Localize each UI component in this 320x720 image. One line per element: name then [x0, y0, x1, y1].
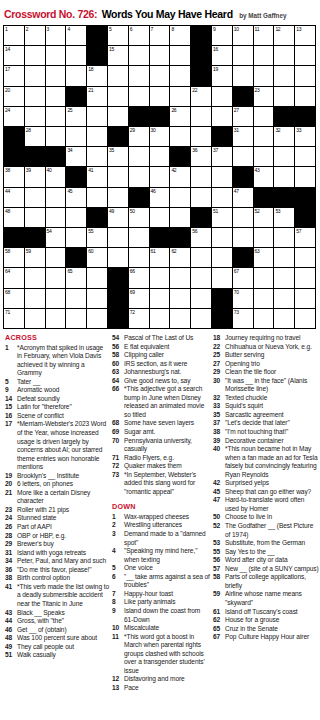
- clue-down-1[interactable]: 1Wax-wrapped cheeses: [112, 513, 210, 522]
- clue-across-21[interactable]: 21More like a certain Disney character: [5, 489, 109, 506]
- grid-cell[interactable]: 16: [212, 46, 232, 65]
- clue-text: Peter, Paul, and Mary and such: [17, 557, 106, 564]
- clue-across-49[interactable]: 49They call people out: [5, 643, 109, 652]
- cell-number: 36: [192, 147, 197, 153]
- grid-cell[interactable]: [295, 46, 315, 65]
- grid-cell[interactable]: [129, 147, 149, 166]
- grid-cell[interactable]: [295, 87, 315, 106]
- grid-cell[interactable]: 27: [233, 107, 253, 126]
- grid-cell[interactable]: 72: [129, 309, 149, 328]
- grid-cell[interactable]: 42: [170, 167, 190, 186]
- grid-cell[interactable]: [274, 66, 294, 85]
- grid-cell[interactable]: [66, 289, 86, 308]
- grid-cell[interactable]: 18: [87, 66, 107, 85]
- grid-cell[interactable]: [295, 147, 315, 166]
- clue-across-66[interactable]: 66*This adjective got a search bump in J…: [112, 385, 210, 419]
- grid-cell[interactable]: [233, 46, 253, 65]
- clue-down-40[interactable]: 40*This noun became hot in May when a fa…: [213, 445, 319, 479]
- grid-cell[interactable]: [233, 147, 253, 166]
- grid-cell[interactable]: 10: [233, 26, 253, 45]
- clue-down-12[interactable]: 12Disfavoring and more: [112, 675, 210, 684]
- clue-across-68[interactable]: 68Some have seven layers: [112, 419, 210, 428]
- clue-across-60[interactable]: 60IRS section, as it were: [112, 360, 210, 369]
- clue-down-58[interactable]: 58Parts of college applications, briefly: [213, 573, 319, 590]
- grid-cell[interactable]: [46, 309, 66, 328]
- grid-cell[interactable]: 37: [212, 147, 232, 166]
- grid-cell[interactable]: [150, 167, 170, 186]
- clue-across-69[interactable]: 69Sugar amt.: [112, 428, 210, 437]
- grid-cell[interactable]: 4: [66, 26, 86, 45]
- clue-across-36[interactable]: 36"Do me this favor, please!": [5, 566, 109, 575]
- clue-number: 33: [213, 402, 223, 411]
- grid-cell[interactable]: [170, 87, 190, 106]
- grid-cell[interactable]: [66, 208, 86, 227]
- grid-cell[interactable]: 22: [191, 87, 211, 106]
- clue-down-42[interactable]: 42Surprised yelps: [213, 479, 319, 488]
- grid-cell[interactable]: [25, 188, 45, 207]
- clue-down-5[interactable]: 5One voice: [112, 564, 210, 573]
- grid-cell[interactable]: [46, 46, 66, 65]
- clue-across-70[interactable]: 70Pennsylvania university, casually: [112, 437, 210, 454]
- grid-cell[interactable]: [87, 309, 107, 328]
- grid-cell[interactable]: 49: [108, 208, 128, 227]
- cell-number: 12: [275, 26, 280, 32]
- clue-across-38[interactable]: 38Birth control option: [5, 574, 109, 583]
- grid-cell[interactable]: 71: [4, 309, 24, 328]
- grid-cell[interactable]: [212, 167, 232, 186]
- grid-cell[interactable]: [108, 87, 128, 106]
- grid-cell[interactable]: 57: [295, 228, 315, 247]
- grid-cell[interactable]: [129, 167, 149, 186]
- grid-cell[interactable]: 64: [4, 268, 24, 287]
- grid-cell[interactable]: 48: [4, 208, 24, 227]
- clue-down-22[interactable]: 22Chihuahua or Nueva York, e.g.: [213, 343, 319, 352]
- grid-cell[interactable]: [170, 208, 190, 227]
- grid-cell[interactable]: 47: [233, 188, 253, 207]
- grid-cell[interactable]: [191, 188, 211, 207]
- clue-number: 26: [5, 523, 15, 532]
- grid-cell[interactable]: [274, 46, 294, 65]
- grid-cell[interactable]: 67: [233, 268, 253, 287]
- clue-text: Miscalculate: [124, 624, 159, 631]
- grid-cell[interactable]: [274, 309, 294, 328]
- grid-cell[interactable]: 20: [4, 87, 24, 106]
- cell-number: 38: [5, 167, 10, 173]
- grid-cell[interactable]: [233, 208, 253, 227]
- clue-number: 21: [5, 489, 15, 498]
- clue-down-52[interactable]: 52The Godfather __ (Best Picture of 1974…: [213, 522, 319, 539]
- grid-cell[interactable]: 61: [150, 248, 170, 267]
- clue-down-55[interactable]: 55Say Yes to the __: [213, 548, 319, 557]
- grid-cell[interactable]: [150, 268, 170, 287]
- grid-cell[interactable]: 60: [87, 248, 107, 267]
- clue-down-62[interactable]: 62House for a grouse: [213, 616, 319, 625]
- grid-cell[interactable]: [170, 309, 190, 328]
- grid-cell[interactable]: [108, 167, 128, 186]
- grid-cell[interactable]: 33: [295, 127, 315, 146]
- grid-cell[interactable]: [233, 228, 253, 247]
- grid-cell[interactable]: 56: [191, 228, 211, 247]
- clue-across-29[interactable]: 29Brewer's buy: [5, 540, 109, 549]
- clue-down-57[interactable]: 57New __ (site of a SUNY campus): [213, 565, 319, 574]
- grid-cell[interactable]: [87, 127, 107, 146]
- grid-cell[interactable]: [274, 167, 294, 186]
- cell-number: 54: [47, 228, 52, 234]
- cell-number: 13: [296, 26, 301, 32]
- grid-cell[interactable]: 54: [46, 228, 66, 247]
- grid-cell[interactable]: 29: [129, 127, 149, 146]
- grid-cell[interactable]: 38: [4, 167, 24, 186]
- black-square: [129, 107, 149, 126]
- clue-down-47[interactable]: 47Hard-to-translate word often used by H…: [213, 496, 319, 513]
- clue-across-15[interactable]: 15Latin for "therefore": [5, 403, 109, 412]
- grid-cell[interactable]: 45: [66, 188, 86, 207]
- grid-cell[interactable]: 19: [212, 66, 232, 85]
- grid-cell[interactable]: [66, 66, 86, 85]
- clue-down-53[interactable]: 53Substitute, from the German: [213, 539, 319, 548]
- grid-cell[interactable]: [254, 127, 274, 146]
- grid-cell[interactable]: [295, 268, 315, 287]
- grid-cell[interactable]: [274, 289, 294, 308]
- clue-number: 72: [112, 462, 122, 471]
- grid-cell[interactable]: [191, 289, 211, 308]
- clue-across-24[interactable]: 24Stunned state: [5, 514, 109, 523]
- grid-cell[interactable]: [274, 228, 294, 247]
- clue-down-4[interactable]: 4"Speaking my mind here," when texting: [112, 547, 210, 564]
- grid-cell[interactable]: [46, 248, 66, 267]
- grid-cell[interactable]: [46, 87, 66, 106]
- grid-cell[interactable]: 7: [150, 26, 170, 45]
- grid-cell[interactable]: 46: [150, 188, 170, 207]
- grid-cell[interactable]: 6: [129, 26, 149, 45]
- clue-across-31[interactable]: 31Island with yoga retreats: [5, 549, 109, 558]
- grid-cell[interactable]: [170, 289, 190, 308]
- clue-across-51[interactable]: 51Walk casually: [5, 651, 109, 660]
- grid-cell[interactable]: 30: [150, 127, 170, 146]
- grid-cell[interactable]: [212, 268, 232, 287]
- grid-cell[interactable]: [46, 208, 66, 227]
- grid-cell[interactable]: 59: [25, 248, 45, 267]
- grid-cell[interactable]: [191, 268, 211, 287]
- grid-cell[interactable]: 68: [4, 289, 24, 308]
- grid-cell[interactable]: 9: [212, 26, 232, 45]
- clue-across-71[interactable]: 71Radio Flyers, e.g.: [112, 454, 210, 463]
- clue-number: 52: [213, 522, 223, 531]
- grid-cell[interactable]: 23: [254, 87, 274, 106]
- grid-cell[interactable]: [87, 107, 107, 126]
- grid-cell[interactable]: [254, 268, 274, 287]
- grid-cell[interactable]: 40: [46, 167, 66, 186]
- grid-cell[interactable]: [233, 66, 253, 85]
- grid-cell[interactable]: 32: [274, 127, 294, 146]
- clue-number: 70: [112, 437, 122, 446]
- clue-down-65[interactable]: 65Cruz in the Senate: [213, 625, 319, 634]
- clue-text: Butter serving: [225, 351, 264, 358]
- clue-across-19[interactable]: 19Brooklyn's __ Institute: [5, 472, 109, 481]
- clue-down-13[interactable]: 13Pace: [112, 684, 210, 693]
- clue-down-29[interactable]: 29Clean the tile floor: [213, 368, 319, 377]
- grid-cell[interactable]: [129, 87, 149, 106]
- clue-across-56[interactable]: 56E flat equivalent: [112, 343, 210, 352]
- grid-cell[interactable]: 25: [66, 107, 86, 126]
- clue-across-48[interactable]: 48Was 100 percent sure about: [5, 634, 109, 643]
- grid-cell[interactable]: 63: [254, 248, 274, 267]
- clue-across-14[interactable]: 14Defeat soundly: [5, 395, 109, 404]
- grid-cell[interactable]: [274, 147, 294, 166]
- clue-down-35[interactable]: 35Sarcastic agreement: [213, 411, 319, 420]
- black-square: [212, 289, 232, 308]
- grid-cell[interactable]: [66, 127, 86, 146]
- clue-down-38[interactable]: 38"I'm not touching that!": [213, 428, 319, 437]
- grid-cell[interactable]: [108, 188, 128, 207]
- cell-number: 27: [234, 107, 239, 113]
- clue-across-73[interactable]: 73*In September, Webster's added this sl…: [112, 471, 210, 497]
- grid-cell[interactable]: [150, 309, 170, 328]
- clue-down-2[interactable]: 2Wrestling utterances: [112, 521, 210, 530]
- clue-down-18[interactable]: 18Journey requiring no travel: [213, 334, 319, 343]
- grid-cell[interactable]: 14: [4, 46, 24, 65]
- grid-cell[interactable]: 26: [170, 107, 190, 126]
- clue-text: Gross, with "the": [17, 617, 64, 624]
- black-square: [170, 147, 190, 166]
- grid-cell[interactable]: [87, 188, 107, 207]
- grid-cell[interactable]: [295, 66, 315, 85]
- grid-cell[interactable]: [274, 268, 294, 287]
- grid-cell[interactable]: [25, 46, 45, 65]
- grid-cell[interactable]: [46, 289, 66, 308]
- grid-cell[interactable]: 34: [66, 147, 86, 166]
- clue-text: Island down the coast from 61-Down: [124, 607, 200, 623]
- grid-cell[interactable]: [150, 87, 170, 106]
- clue-across-64[interactable]: 64Give good news to, say: [112, 377, 210, 386]
- grid-cell[interactable]: 1: [4, 26, 24, 45]
- grid-cell[interactable]: [212, 188, 232, 207]
- cell-number: 49: [109, 208, 114, 214]
- grid-cell[interactable]: [254, 309, 274, 328]
- grid-cell[interactable]: [170, 188, 190, 207]
- grid-cell[interactable]: [129, 248, 149, 267]
- grid-cell[interactable]: 3: [46, 26, 66, 45]
- grid-cell[interactable]: [212, 228, 232, 247]
- grid-cell[interactable]: [129, 66, 149, 85]
- grid-cell[interactable]: [25, 107, 45, 126]
- clue-down-33[interactable]: 33Squid's squirt: [213, 402, 319, 411]
- clue-down-6[interactable]: 6"__ take arms against a sea of troubles…: [112, 573, 210, 590]
- grid-cell[interactable]: 55: [87, 228, 107, 247]
- grid-cell[interactable]: [191, 309, 211, 328]
- grid-cell[interactable]: [254, 147, 274, 166]
- grid-cell[interactable]: [170, 268, 190, 287]
- clue-across-28[interactable]: 28OBP or HBP, e.g.: [5, 532, 109, 541]
- clue-across-9[interactable]: 9Aromatic wood: [5, 386, 109, 395]
- grid-cell[interactable]: [87, 147, 107, 166]
- clue-across-41[interactable]: 41*This verb made the list owing to a de…: [5, 583, 109, 609]
- grid-cell[interactable]: [66, 228, 86, 247]
- grid-cell[interactable]: [25, 208, 45, 227]
- grid-cell[interactable]: 5: [108, 26, 128, 45]
- grid-cell[interactable]: 24: [4, 107, 24, 126]
- grid-cell[interactable]: [191, 107, 211, 126]
- clue-number: 34: [5, 557, 15, 566]
- grid-cell[interactable]: [170, 46, 190, 65]
- clue-down-59[interactable]: 59Airline whose name means "skyward": [213, 590, 319, 607]
- grid-cell[interactable]: [212, 87, 232, 106]
- clue-across-1[interactable]: 1*Acronym that spiked in usage in Februa…: [5, 344, 109, 378]
- grid-cell[interactable]: [295, 248, 315, 267]
- grid-cell[interactable]: 70: [233, 289, 253, 308]
- grid-cell[interactable]: [108, 248, 128, 267]
- grid-cell[interactable]: [108, 66, 128, 85]
- grid-cell[interactable]: 13: [295, 26, 315, 45]
- grid-cell[interactable]: [25, 66, 45, 85]
- clue-number: 65: [213, 625, 223, 634]
- grid-cell[interactable]: [191, 127, 211, 146]
- grid-cell[interactable]: 44: [4, 188, 24, 207]
- grid-cell[interactable]: 8: [170, 26, 190, 45]
- clue-down-9[interactable]: 9Island down the coast from 61-Down: [112, 607, 210, 624]
- grid-cell[interactable]: 12: [274, 26, 294, 45]
- clue-text: Parts of college applications, briefly: [225, 573, 306, 589]
- grid-cell[interactable]: [274, 87, 294, 106]
- grid-cell[interactable]: 58: [4, 248, 24, 267]
- clue-across-58[interactable]: 58Clipping caller: [112, 351, 210, 360]
- grid-cell[interactable]: [150, 208, 170, 227]
- grid-cell[interactable]: 2: [25, 26, 45, 45]
- clue-text: Black __ Speaks: [17, 609, 65, 616]
- clue-across-20[interactable]: 206 letters, on phones: [5, 480, 109, 489]
- grid-cell[interactable]: [150, 46, 170, 65]
- grid-cell[interactable]: [295, 167, 315, 186]
- clue-across-23[interactable]: 23Roller with 21 pips: [5, 506, 109, 515]
- grid-cell[interactable]: 28: [25, 127, 45, 146]
- clue-down-50[interactable]: 50Choose to live in: [213, 513, 319, 522]
- grid-cell[interactable]: 21: [87, 87, 107, 106]
- grid-cell[interactable]: [25, 289, 45, 308]
- clue-down-11[interactable]: 11*This word got a boost in March when p…: [112, 633, 210, 676]
- grid-cell[interactable]: [46, 107, 66, 126]
- clue-down-32[interactable]: 32Texted chuckle: [213, 394, 319, 403]
- black-square: [191, 26, 211, 45]
- grid-cell[interactable]: [46, 66, 66, 85]
- clue-down-8[interactable]: 8Like party animals: [112, 598, 210, 607]
- grid-cell[interactable]: 17: [4, 66, 24, 85]
- clue-across-16[interactable]: 16Scene of conflict: [5, 412, 109, 421]
- cell-number: 64: [5, 268, 10, 274]
- grid-cell[interactable]: 66: [129, 268, 149, 287]
- clue-across-17[interactable]: 17*Merriam-Webster's 2023 Word of the Ye…: [5, 420, 109, 471]
- grid-cell[interactable]: [87, 268, 107, 287]
- grid-cell[interactable]: [212, 107, 232, 126]
- grid-cell[interactable]: 31: [233, 127, 253, 146]
- grid-cell[interactable]: [254, 46, 274, 65]
- grid-cell[interactable]: 39: [25, 167, 45, 186]
- clue-number: 51: [5, 651, 15, 660]
- grid-cell[interactable]: [25, 87, 45, 106]
- grid-cell[interactable]: 62: [170, 248, 190, 267]
- clue-down-27[interactable]: 27Opening trio: [213, 360, 319, 369]
- black-square: [150, 107, 170, 126]
- grid-cell[interactable]: [150, 66, 170, 85]
- grid-cell[interactable]: [66, 46, 86, 65]
- grid-cell[interactable]: 53: [274, 208, 294, 227]
- clue-down-45[interactable]: 45Sheep that can go either way?: [213, 488, 319, 497]
- grid-cell[interactable]: [274, 248, 294, 267]
- grid-cell[interactable]: 51: [212, 208, 232, 227]
- clue-down-39[interactable]: 39Decorative container: [213, 437, 319, 446]
- grid-cell[interactable]: 15: [108, 46, 128, 65]
- clue-across-44[interactable]: 44Gross, with "the": [5, 617, 109, 626]
- grid-cell[interactable]: [254, 107, 274, 126]
- grid-cell[interactable]: 43: [254, 167, 274, 186]
- grid-cell[interactable]: [170, 127, 190, 146]
- grid-cell[interactable]: [150, 147, 170, 166]
- crossword-grid: 1234567891011121314151617181920212223242…: [3, 25, 316, 329]
- grid-cell[interactable]: [295, 289, 315, 308]
- grid-cell[interactable]: 73: [233, 309, 253, 328]
- clue-down-7[interactable]: 7Happy-hour toast: [112, 590, 210, 599]
- grid-cell[interactable]: [108, 228, 128, 247]
- grid-cell[interactable]: [129, 228, 149, 247]
- grid-cell[interactable]: [254, 228, 274, 247]
- grid-cell[interactable]: [25, 309, 45, 328]
- grid-cell[interactable]: [254, 289, 274, 308]
- grid-cell[interactable]: 36: [191, 147, 211, 166]
- clue-down-67[interactable]: 67Pop Culture Happy Hour airer: [213, 633, 319, 642]
- grid-cell[interactable]: [46, 127, 66, 146]
- grid-cell[interactable]: 50: [129, 208, 149, 227]
- grid-cell[interactable]: [46, 268, 66, 287]
- clue-number: 58: [213, 573, 223, 582]
- grid-cell[interactable]: [87, 289, 107, 308]
- clue-down-30[interactable]: 30"It was __ in the face" (Alanis Moriss…: [213, 377, 319, 394]
- clue-across-63[interactable]: 63Johannesburg's nat.: [112, 368, 210, 377]
- clue-across-43[interactable]: 43Black __ Speaks: [5, 609, 109, 618]
- grid-cell[interactable]: 69: [129, 289, 149, 308]
- grid-cell[interactable]: 65: [66, 268, 86, 287]
- grid-cell[interactable]: [191, 167, 211, 186]
- grid-cell[interactable]: [66, 309, 86, 328]
- grid-cell[interactable]: [25, 268, 45, 287]
- clue-down-3[interactable]: 3Demand made to a "damned spot": [112, 530, 210, 547]
- clue-down-25[interactable]: 25Butter serving: [213, 351, 319, 360]
- clue-down-61[interactable]: 61Island off Tuscany's coast: [213, 608, 319, 617]
- grid-cell[interactable]: 11: [254, 26, 274, 45]
- clue-number: 42: [213, 479, 223, 488]
- grid-cell[interactable]: 35: [108, 147, 128, 166]
- clue-down-56[interactable]: 56Word after city or data: [213, 556, 319, 565]
- grid-cell[interactable]: [46, 188, 66, 207]
- clue-down-10[interactable]: 10Miscalculate: [112, 624, 210, 633]
- grid-cell[interactable]: 41: [87, 167, 107, 186]
- grid-cell[interactable]: [191, 248, 211, 267]
- grid-cell[interactable]: [170, 66, 190, 85]
- clue-across-5[interactable]: 5Tater __: [5, 378, 109, 387]
- grid-cell[interactable]: [295, 309, 315, 328]
- clue-across-54[interactable]: 54Pascal of The Last of Us: [112, 334, 210, 343]
- clue-down-37[interactable]: 37"Let's decide that later": [213, 419, 319, 428]
- clue-across-26[interactable]: 26Part of AAPI: [5, 523, 109, 532]
- grid-cell[interactable]: [108, 107, 128, 126]
- grid-cell[interactable]: [150, 289, 170, 308]
- grid-cell[interactable]: 52: [254, 208, 274, 227]
- grid-cell[interactable]: [212, 248, 232, 267]
- cell-number: 44: [5, 188, 10, 194]
- clue-across-72[interactable]: 72Quaker makes them: [112, 462, 210, 471]
- grid-cell[interactable]: [254, 66, 274, 85]
- clue-across-34[interactable]: 34Peter, Paul, and Mary and such: [5, 557, 109, 566]
- clue-across-46[interactable]: 46Get __ of (obtain): [5, 626, 109, 635]
- grid-cell[interactable]: [129, 46, 149, 65]
